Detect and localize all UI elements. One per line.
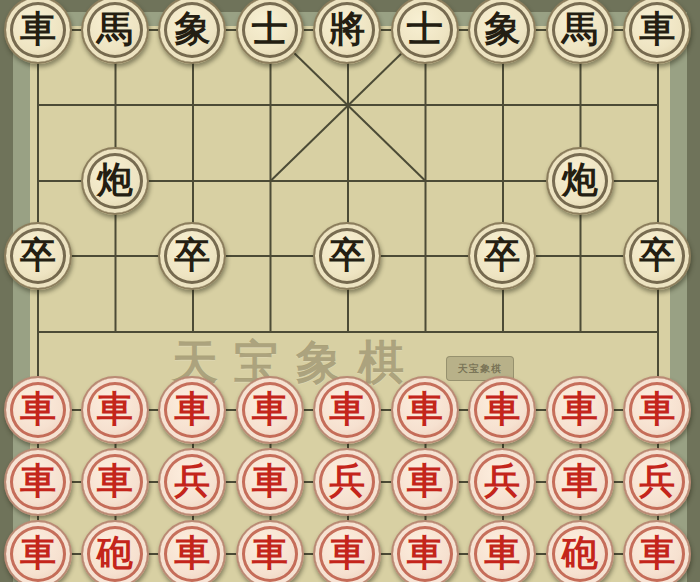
intersection-r2c1[interactable] [0,60,76,150]
piece-red-soldier[interactable]: 兵 [158,448,226,516]
intersection-r3c2[interactable]: 炮 [76,150,154,212]
intersection-r3c4[interactable] [231,150,309,212]
piece-red-chariot[interactable]: 車 [4,376,72,444]
intersection-r5c1[interactable] [0,300,76,364]
intersection-r5c4[interactable] [231,300,309,364]
intersection-r3c8[interactable]: 炮 [541,150,619,212]
intersection-r4c3[interactable]: 卒 [154,212,232,300]
intersection-r8c9[interactable]: 車 [619,508,697,582]
piece-glyph: 馬 [562,11,598,47]
intersection-r6c2[interactable]: 車 [76,364,154,456]
intersection-r4c7[interactable]: 卒 [464,212,542,300]
piece-glyph: 車 [252,535,288,571]
intersection-r7c3[interactable]: 兵 [154,456,232,508]
intersection-r4c9[interactable]: 卒 [619,212,697,300]
piece-glyph: 車 [97,463,133,499]
piece-black-chariot[interactable]: 車 [4,0,72,64]
piece-black-soldier[interactable]: 卒 [4,222,72,290]
intersection-r1c2[interactable]: 馬 [76,0,154,60]
intersection-r1c8[interactable]: 馬 [541,0,619,60]
piece-glyph: 車 [20,11,56,47]
piece-glyph: 卒 [329,237,365,273]
intersection-r1c5[interactable]: 將 [309,0,387,60]
intersection-r2c6[interactable] [386,60,464,150]
piece-red-chariot[interactable]: 車 [158,376,226,444]
intersection-r2c3[interactable] [154,60,232,150]
piece-glyph: 卒 [639,237,675,273]
intersection-r7c4[interactable]: 車 [231,456,309,508]
intersection-r6c7[interactable]: 車 [464,364,542,456]
intersection-r1c4[interactable]: 士 [231,0,309,60]
piece-black-cannon[interactable]: 炮 [546,147,614,215]
intersection-r8c4[interactable]: 車 [231,508,309,582]
intersection-r7c8[interactable]: 車 [541,456,619,508]
piece-red-chariot[interactable]: 車 [391,376,459,444]
intersection-r5c5[interactable] [309,300,387,364]
piece-red-chariot[interactable]: 車 [468,520,536,582]
piece-black-advisor[interactable]: 士 [391,0,459,64]
piece-glyph: 車 [407,535,443,571]
piece-glyph: 兵 [329,463,365,499]
intersection-r2c9[interactable] [619,60,697,150]
piece-glyph: 卒 [174,237,210,273]
piece-black-elephant[interactable]: 象 [468,0,536,64]
intersection-r2c7[interactable] [464,60,542,150]
piece-glyph: 砲 [97,535,133,571]
intersection-r6c8[interactable]: 車 [541,364,619,456]
intersection-r8c5[interactable]: 車 [309,508,387,582]
piece-glyph: 兵 [484,463,520,499]
intersection-r3c6[interactable] [386,150,464,212]
piece-red-chariot[interactable]: 車 [391,448,459,516]
piece-glyph: 卒 [484,237,520,273]
intersection-r7c6[interactable]: 車 [386,456,464,508]
intersection-r5c7[interactable] [464,300,542,364]
intersection-r8c6[interactable]: 車 [386,508,464,582]
intersection-r2c4[interactable] [231,60,309,150]
piece-glyph: 象 [174,11,210,47]
intersection-r1c7[interactable]: 象 [464,0,542,60]
intersection-r7c2[interactable]: 車 [76,456,154,508]
piece-red-chariot[interactable]: 車 [623,376,691,444]
piece-red-chariot[interactable]: 車 [623,520,691,582]
piece-red-cannon[interactable]: 砲 [81,520,149,582]
intersection-r6c5[interactable]: 車 [309,364,387,456]
intersection-r6c3[interactable]: 車 [154,364,232,456]
intersection-r5c3[interactable] [154,300,232,364]
intersection-r1c3[interactable]: 象 [154,0,232,60]
piece-red-chariot[interactable]: 車 [4,520,72,582]
piece-glyph: 車 [484,535,520,571]
piece-black-horse[interactable]: 馬 [81,0,149,64]
intersection-r8c3[interactable]: 車 [154,508,232,582]
piece-glyph: 車 [20,391,56,427]
piece-glyph: 車 [562,391,598,427]
intersection-r5c6[interactable] [386,300,464,364]
piece-red-chariot[interactable]: 車 [236,376,304,444]
intersection-r5c8[interactable] [541,300,619,364]
intersection-r6c1[interactable]: 車 [0,364,76,456]
piece-red-chariot[interactable]: 車 [313,376,381,444]
intersection-r5c9[interactable] [619,300,697,364]
piece-red-chariot[interactable]: 車 [313,520,381,582]
piece-glyph: 車 [20,463,56,499]
piece-black-soldier[interactable]: 卒 [158,222,226,290]
piece-glyph: 車 [562,463,598,499]
piece-glyph: 兵 [174,463,210,499]
intersection-r4c1[interactable]: 卒 [0,212,76,300]
piece-glyph: 炮 [562,162,598,198]
piece-glyph: 車 [329,391,365,427]
piece-glyph: 車 [484,391,520,427]
piece-red-chariot[interactable]: 車 [546,376,614,444]
piece-red-chariot[interactable]: 車 [236,520,304,582]
piece-black-advisor[interactable]: 士 [236,0,304,64]
piece-black-elephant[interactable]: 象 [158,0,226,64]
piece-red-cannon[interactable]: 砲 [546,520,614,582]
piece-red-soldier[interactable]: 兵 [623,448,691,516]
piece-black-soldier[interactable]: 卒 [313,222,381,290]
intersection-r3c3[interactable] [154,150,232,212]
intersection-r7c5[interactable]: 兵 [309,456,387,508]
intersection-r2c5[interactable] [309,60,387,150]
piece-glyph: 將 [329,11,365,47]
piece-glyph: 車 [252,391,288,427]
piece-glyph: 車 [639,11,675,47]
piece-black-horse[interactable]: 馬 [546,0,614,64]
piece-glyph: 卒 [20,237,56,273]
piece-glyph: 車 [407,391,443,427]
intersection-r7c1[interactable]: 車 [0,456,76,508]
intersection-r4c6[interactable] [386,212,464,300]
intersection-r6c4[interactable]: 車 [231,364,309,456]
piece-glyph: 車 [639,391,675,427]
piece-red-soldier[interactable]: 兵 [468,448,536,516]
intersection-r4c2[interactable] [76,212,154,300]
piece-red-chariot[interactable]: 車 [468,376,536,444]
piece-glyph: 馬 [97,11,133,47]
intersection-r4c5[interactable]: 卒 [309,212,387,300]
intersection-r7c9[interactable]: 兵 [619,456,697,508]
piece-glyph: 兵 [639,463,675,499]
piece-glyph: 車 [97,391,133,427]
piece-glyph: 砲 [562,535,598,571]
piece-red-chariot[interactable]: 車 [158,520,226,582]
intersection-r8c1[interactable]: 車 [0,508,76,582]
intersection-r3c1[interactable] [0,150,76,212]
intersection-r8c8[interactable]: 砲 [541,508,619,582]
intersection-r2c8[interactable] [541,60,619,150]
intersection-r1c1[interactable]: 車 [0,0,76,60]
intersection-r4c4[interactable] [231,212,309,300]
intersection-r4c8[interactable] [541,212,619,300]
piece-red-soldier[interactable]: 兵 [313,448,381,516]
xiangqi-app-window: 天宝象棋 天宝象棋 車馬象士將士象馬車炮炮卒卒卒卒卒車車車車車車車車車車車兵車兵… [0,0,700,582]
intersection-r6c6[interactable]: 車 [386,364,464,456]
piece-glyph: 炮 [97,162,133,198]
piece-red-chariot[interactable]: 車 [236,448,304,516]
piece-glyph: 象 [484,11,520,47]
intersection-r2c2[interactable] [76,60,154,150]
piece-glyph: 車 [174,535,210,571]
piece-red-chariot[interactable]: 車 [81,376,149,444]
intersection-r6c9[interactable]: 車 [619,364,697,456]
piece-black-chariot[interactable]: 車 [623,0,691,64]
intersection-r3c9[interactable] [619,150,697,212]
intersection-r8c7[interactable]: 車 [464,508,542,582]
piece-black-cannon[interactable]: 炮 [81,147,149,215]
piece-red-chariot[interactable]: 車 [81,448,149,516]
intersection-r7c7[interactable]: 兵 [464,456,542,508]
intersection-r3c7[interactable] [464,150,542,212]
piece-glyph: 車 [639,535,675,571]
piece-glyph: 車 [407,463,443,499]
intersection-r8c2[interactable]: 砲 [76,508,154,582]
piece-red-chariot[interactable]: 車 [546,448,614,516]
piece-red-chariot[interactable]: 車 [391,520,459,582]
intersection-r1c6[interactable]: 士 [386,0,464,60]
piece-glyph: 車 [329,535,365,571]
intersection-r5c2[interactable] [76,300,154,364]
piece-black-soldier[interactable]: 卒 [623,222,691,290]
intersection-r3c5[interactable] [309,150,387,212]
piece-glyph: 士 [407,11,443,47]
piece-glyph: 車 [174,391,210,427]
piece-glyph: 車 [252,463,288,499]
piece-black-soldier[interactable]: 卒 [468,222,536,290]
xiangqi-board: 車馬象士將士象馬車炮炮卒卒卒卒卒車車車車車車車車車車車兵車兵車兵車兵車砲車車車車… [0,0,696,582]
intersection-r1c9[interactable]: 車 [619,0,697,60]
piece-glyph: 士 [252,11,288,47]
piece-glyph: 車 [20,535,56,571]
piece-black-general[interactable]: 將 [313,0,381,64]
piece-red-chariot[interactable]: 車 [4,448,72,516]
